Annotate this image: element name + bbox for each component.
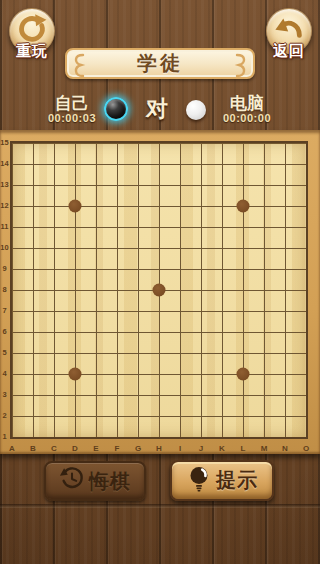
undo-button[interactable]: 悔棋 xyxy=(44,461,146,501)
black-stone-indicator xyxy=(104,97,128,121)
star-point xyxy=(237,368,250,381)
board-grid[interactable] xyxy=(10,141,308,439)
col-label: H xyxy=(154,443,164,455)
banner-flourish-right-icon xyxy=(232,52,250,83)
row-label: 4 xyxy=(0,369,9,379)
back-button-label: 返回 xyxy=(263,42,315,61)
hint-button-label: 提示 xyxy=(216,467,258,494)
col-label: L xyxy=(238,443,248,455)
undo-button-label: 悔棋 xyxy=(89,468,131,495)
row-label: 1 xyxy=(0,432,9,442)
col-label: K xyxy=(217,443,227,455)
white-stone-indicator xyxy=(186,100,206,120)
difficulty-banner: 学徒 xyxy=(65,48,255,79)
star-point xyxy=(153,284,166,297)
difficulty-title: 学徒 xyxy=(137,50,183,77)
back-button[interactable]: 返回 xyxy=(263,8,315,61)
row-label: 11 xyxy=(0,222,9,232)
row-label: 5 xyxy=(0,348,9,358)
row-label: 3 xyxy=(0,390,9,400)
replay-button[interactable]: 重玩 xyxy=(6,8,58,61)
col-label: F xyxy=(112,443,122,455)
hint-button[interactable]: 提示 xyxy=(170,460,274,501)
row-label: 6 xyxy=(0,327,9,337)
col-label: C xyxy=(49,443,59,455)
col-label: D xyxy=(70,443,80,455)
board-frame: 151413121110987654321 ABCDEFGHIJKLMNO xyxy=(0,130,320,454)
player-self-timer: 00:00:03 xyxy=(32,112,112,124)
row-label: 13 xyxy=(0,180,9,190)
col-label: N xyxy=(280,443,290,455)
player-computer-timer: 00:00:00 xyxy=(207,112,287,124)
row-label: 7 xyxy=(0,306,9,316)
col-label: I xyxy=(175,443,185,455)
row-label: 12 xyxy=(0,201,9,211)
col-label: J xyxy=(196,443,206,455)
row-label: 8 xyxy=(0,285,9,295)
banner-flourish-left-icon xyxy=(70,52,88,83)
star-point xyxy=(69,200,82,213)
hint-icon xyxy=(186,465,212,496)
col-label: O xyxy=(301,443,311,455)
replay-button-label: 重玩 xyxy=(6,42,58,61)
row-label: 9 xyxy=(0,264,9,274)
col-label: B xyxy=(28,443,38,455)
row-label: 14 xyxy=(0,159,9,169)
row-label: 2 xyxy=(0,411,9,421)
col-label: A xyxy=(7,443,17,455)
wood-plank-joint xyxy=(0,504,320,508)
row-label: 15 xyxy=(0,138,9,148)
row-label: 10 xyxy=(0,243,9,253)
col-label: G xyxy=(133,443,143,455)
col-label: E xyxy=(91,443,101,455)
gomoku-game-screen: 重玩 返回 学徒 自己 00:00:03 对 xyxy=(0,0,320,564)
col-label: M xyxy=(259,443,269,455)
vs-label: 对 xyxy=(139,94,175,124)
star-point xyxy=(237,200,250,213)
star-point xyxy=(69,368,82,381)
undo-icon xyxy=(59,466,85,496)
